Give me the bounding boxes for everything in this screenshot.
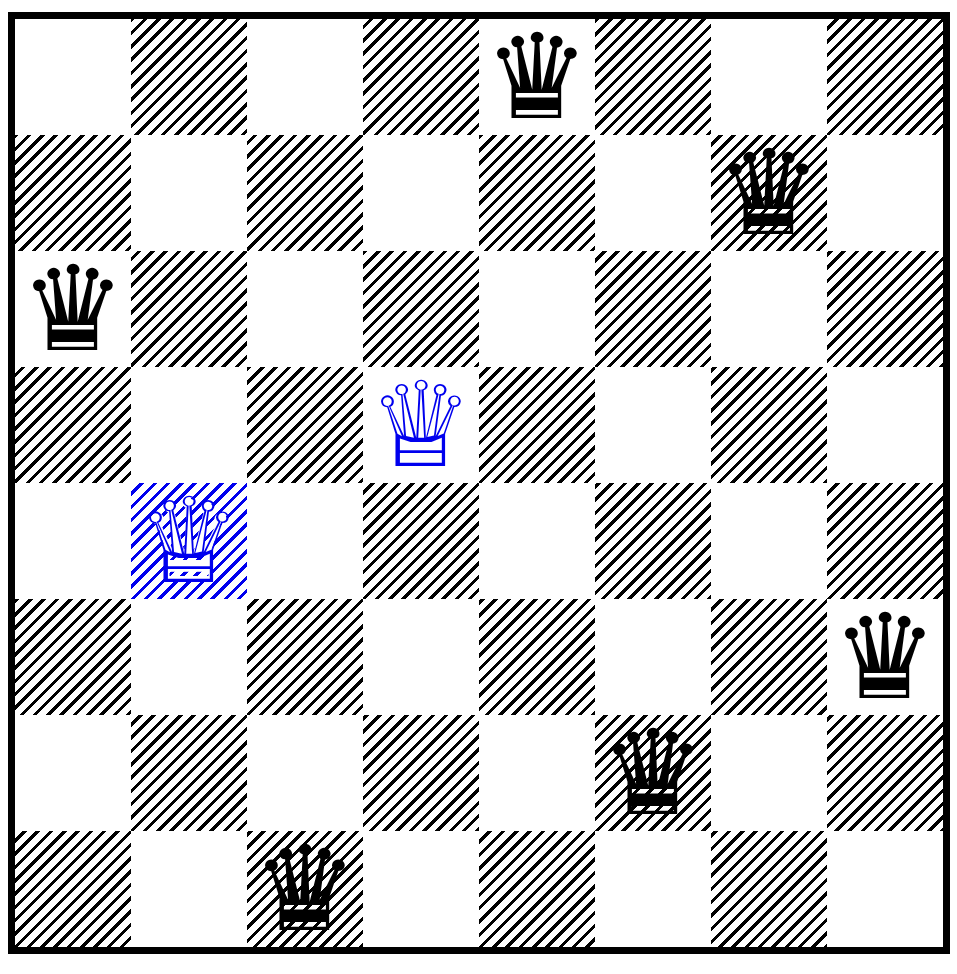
- square-g2[interactable]: [711, 715, 827, 831]
- square-h3[interactable]: ♛: [827, 599, 943, 715]
- black-queen-f2[interactable]: ♛: [595, 715, 711, 831]
- square-b2[interactable]: [131, 715, 247, 831]
- queen-icon: ♕: [363, 367, 479, 483]
- square-h4[interactable]: [827, 483, 943, 599]
- square-c4[interactable]: [247, 483, 363, 599]
- black-queen-e8[interactable]: ♛: [479, 19, 595, 135]
- square-h2[interactable]: [827, 715, 943, 831]
- square-e3[interactable]: [479, 599, 595, 715]
- square-f4[interactable]: [595, 483, 711, 599]
- queen-icon: ♛: [595, 715, 711, 831]
- square-d4[interactable]: [363, 483, 479, 599]
- square-a3[interactable]: [15, 599, 131, 715]
- queen-icon: ♛: [247, 831, 363, 947]
- square-g6[interactable]: [711, 251, 827, 367]
- square-b1[interactable]: [131, 831, 247, 947]
- square-c2[interactable]: [247, 715, 363, 831]
- square-a8[interactable]: [15, 19, 131, 135]
- square-g1[interactable]: [711, 831, 827, 947]
- square-a5[interactable]: [15, 367, 131, 483]
- square-h6[interactable]: [827, 251, 943, 367]
- square-a2[interactable]: [15, 715, 131, 831]
- square-d1[interactable]: [363, 831, 479, 947]
- square-f8[interactable]: [595, 19, 711, 135]
- square-g3[interactable]: [711, 599, 827, 715]
- square-b4[interactable]: ♛♕: [131, 483, 247, 599]
- square-d5[interactable]: ♛♕: [363, 367, 479, 483]
- blue-queen-b4[interactable]: ♛♕: [131, 483, 247, 599]
- black-queen-a6[interactable]: ♛: [15, 251, 131, 367]
- black-queen-c1[interactable]: ♛: [247, 831, 363, 947]
- queen-icon: ♕: [131, 483, 247, 599]
- square-h7[interactable]: [827, 135, 943, 251]
- square-e7[interactable]: [479, 135, 595, 251]
- square-b8[interactable]: [131, 19, 247, 135]
- square-f6[interactable]: [595, 251, 711, 367]
- square-a7[interactable]: [15, 135, 131, 251]
- square-d8[interactable]: [363, 19, 479, 135]
- square-c8[interactable]: [247, 19, 363, 135]
- square-d7[interactable]: [363, 135, 479, 251]
- square-b6[interactable]: [131, 251, 247, 367]
- square-f2[interactable]: ♛: [595, 715, 711, 831]
- square-c3[interactable]: [247, 599, 363, 715]
- square-e2[interactable]: [479, 715, 595, 831]
- square-c6[interactable]: [247, 251, 363, 367]
- square-a6[interactable]: ♛: [15, 251, 131, 367]
- square-f5[interactable]: [595, 367, 711, 483]
- square-g5[interactable]: [711, 367, 827, 483]
- square-b7[interactable]: [131, 135, 247, 251]
- square-a1[interactable]: [15, 831, 131, 947]
- square-c1[interactable]: ♛: [247, 831, 363, 947]
- square-d3[interactable]: [363, 599, 479, 715]
- square-h5[interactable]: [827, 367, 943, 483]
- square-c5[interactable]: [247, 367, 363, 483]
- square-e5[interactable]: [479, 367, 595, 483]
- square-h1[interactable]: [827, 831, 943, 947]
- blue-queen-d5[interactable]: ♛♕: [363, 367, 479, 483]
- square-d6[interactable]: [363, 251, 479, 367]
- square-g8[interactable]: [711, 19, 827, 135]
- black-queen-h3[interactable]: ♛: [827, 599, 943, 715]
- square-e1[interactable]: [479, 831, 595, 947]
- queen-icon: ♛: [15, 251, 131, 367]
- square-a4[interactable]: [15, 483, 131, 599]
- square-f3[interactable]: [595, 599, 711, 715]
- black-queen-g7[interactable]: ♛: [711, 135, 827, 251]
- square-g7[interactable]: ♛: [711, 135, 827, 251]
- square-e6[interactable]: [479, 251, 595, 367]
- square-g4[interactable]: [711, 483, 827, 599]
- square-d2[interactable]: [363, 715, 479, 831]
- queen-icon: ♛: [711, 135, 827, 251]
- square-b3[interactable]: [131, 599, 247, 715]
- square-h8[interactable]: [827, 19, 943, 135]
- chessboard: ♛♛♛♛♕♛♕♛♛♛: [8, 12, 950, 954]
- square-e4[interactable]: [479, 483, 595, 599]
- queen-icon: ♛: [827, 599, 943, 715]
- square-e8[interactable]: ♛: [479, 19, 595, 135]
- square-f1[interactable]: [595, 831, 711, 947]
- square-b5[interactable]: [131, 367, 247, 483]
- square-c7[interactable]: [247, 135, 363, 251]
- queen-icon: ♛: [479, 19, 595, 135]
- square-f7[interactable]: [595, 135, 711, 251]
